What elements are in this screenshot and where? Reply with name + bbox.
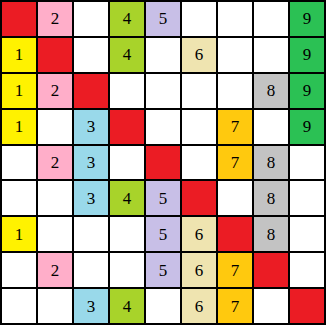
cell-r7c3[interactable]: [74, 217, 108, 251]
cell-r7c2[interactable]: [38, 217, 72, 251]
cell-r9c6[interactable]: 6: [182, 289, 216, 323]
cell-r7c1[interactable]: 1: [2, 217, 36, 251]
cell-r2c2[interactable]: [38, 38, 72, 72]
cell-r2c4[interactable]: 4: [110, 38, 144, 72]
cell-r2c6[interactable]: 6: [182, 38, 216, 72]
cell-r7c9[interactable]: [290, 217, 324, 251]
cell-r2c7[interactable]: [218, 38, 252, 72]
cell-r8c9[interactable]: [290, 253, 324, 287]
cell-r6c1[interactable]: [2, 181, 36, 215]
cell-r9c7[interactable]: 7: [218, 289, 252, 323]
cell-r3c7[interactable]: [218, 74, 252, 108]
cell-r5c7[interactable]: 7: [218, 146, 252, 180]
cell-r1c9[interactable]: 9: [290, 2, 324, 36]
cell-r8c4[interactable]: [110, 253, 144, 287]
cell-r2c1[interactable]: 1: [2, 38, 36, 72]
cell-r9c1[interactable]: [2, 289, 36, 323]
cell-r6c7[interactable]: [218, 181, 252, 215]
cell-r6c6[interactable]: [182, 181, 216, 215]
cell-r4c2[interactable]: [38, 110, 72, 144]
cell-r3c5[interactable]: [146, 74, 180, 108]
cell-r2c9[interactable]: 9: [290, 38, 324, 72]
cell-r8c1[interactable]: [2, 253, 36, 287]
cell-r3c9[interactable]: 9: [290, 74, 324, 108]
cell-r5c8[interactable]: 8: [254, 146, 288, 180]
cell-r8c7[interactable]: 7: [218, 253, 252, 287]
cell-r6c8[interactable]: 8: [254, 181, 288, 215]
cell-r4c8[interactable]: [254, 110, 288, 144]
cell-r5c1[interactable]: [2, 146, 36, 180]
cell-r5c6[interactable]: [182, 146, 216, 180]
cell-r1c7[interactable]: [218, 2, 252, 36]
cell-r4c1[interactable]: 1: [2, 110, 36, 144]
cell-r6c2[interactable]: [38, 181, 72, 215]
cell-r5c2[interactable]: 2: [38, 146, 72, 180]
cell-r4c9[interactable]: 9: [290, 110, 324, 144]
cell-r7c6[interactable]: 6: [182, 217, 216, 251]
cell-r7c7[interactable]: [218, 217, 252, 251]
cell-r3c6[interactable]: [182, 74, 216, 108]
cell-r2c8[interactable]: [254, 38, 288, 72]
puzzle-board: 245914691289137923783458156825673467: [0, 0, 326, 325]
cell-r6c5[interactable]: 5: [146, 181, 180, 215]
cell-r6c9[interactable]: [290, 181, 324, 215]
cell-r3c4[interactable]: [110, 74, 144, 108]
cell-r9c9[interactable]: [290, 289, 324, 323]
cell-r3c2[interactable]: 2: [38, 74, 72, 108]
cell-r9c3[interactable]: 3: [74, 289, 108, 323]
cell-r7c4[interactable]: [110, 217, 144, 251]
cell-r8c3[interactable]: [74, 253, 108, 287]
cell-r1c5[interactable]: 5: [146, 2, 180, 36]
cell-r4c6[interactable]: [182, 110, 216, 144]
cell-r8c5[interactable]: 5: [146, 253, 180, 287]
cell-r1c6[interactable]: [182, 2, 216, 36]
cell-r9c5[interactable]: [146, 289, 180, 323]
cell-r5c4[interactable]: [110, 146, 144, 180]
cell-r3c1[interactable]: 1: [2, 74, 36, 108]
cell-r7c5[interactable]: 5: [146, 217, 180, 251]
cell-r7c8[interactable]: 8: [254, 217, 288, 251]
cell-r4c7[interactable]: 7: [218, 110, 252, 144]
cell-r5c9[interactable]: [290, 146, 324, 180]
cell-r2c3[interactable]: [74, 38, 108, 72]
cell-r2c5[interactable]: [146, 38, 180, 72]
cell-r1c4[interactable]: 4: [110, 2, 144, 36]
cell-r3c3[interactable]: [74, 74, 108, 108]
cell-r4c4[interactable]: [110, 110, 144, 144]
cell-r1c8[interactable]: [254, 2, 288, 36]
cell-r5c5[interactable]: [146, 146, 180, 180]
cell-r9c4[interactable]: 4: [110, 289, 144, 323]
cell-r6c4[interactable]: 4: [110, 181, 144, 215]
cell-r4c3[interactable]: 3: [74, 110, 108, 144]
cell-r5c3[interactable]: 3: [74, 146, 108, 180]
cell-r1c1[interactable]: [2, 2, 36, 36]
cell-r1c3[interactable]: [74, 2, 108, 36]
cell-r1c2[interactable]: 2: [38, 2, 72, 36]
cell-r8c2[interactable]: 2: [38, 253, 72, 287]
cell-r9c2[interactable]: [38, 289, 72, 323]
cell-r3c8[interactable]: 8: [254, 74, 288, 108]
cell-r9c8[interactable]: [254, 289, 288, 323]
cell-r8c8[interactable]: [254, 253, 288, 287]
cell-r4c5[interactable]: [146, 110, 180, 144]
cell-r6c3[interactable]: 3: [74, 181, 108, 215]
cell-r8c6[interactable]: 6: [182, 253, 216, 287]
